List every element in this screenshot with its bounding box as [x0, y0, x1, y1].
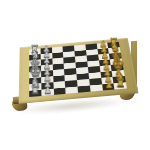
- chess-board-grid: ♜♟♟♜♞♟♟♞♝♟♟♝♛♟♟♛♚♟♟♚♝♟♟♝♞♟♟♞♜♟♟♜: [29, 42, 127, 97]
- chess-board-frame: ♜♟♟♜♞♟♟♞♝♟♟♝♛♟♟♛♚♟♟♚♝♟♟♝♞♟♟♞♜♟♟♜: [19, 38, 139, 104]
- piece-silver-p[interactable]: ♟: [41, 86, 53, 95]
- square-r3c4[interactable]: [75, 61, 87, 68]
- square-r4c5[interactable]: [88, 66, 100, 73]
- piece-silver-r[interactable]: ♜: [29, 85, 41, 96]
- square-r7c1[interactable]: ♟: [41, 88, 53, 95]
- square-r7c4[interactable]: [78, 85, 91, 92]
- square-r7c5[interactable]: [90, 84, 103, 91]
- square-r7c7[interactable]: ♜: [114, 82, 127, 89]
- piece-gold-p[interactable]: ♟: [103, 81, 115, 90]
- piece-gold-r[interactable]: ♜: [115, 77, 127, 88]
- square-r7c0[interactable]: ♜: [29, 90, 41, 97]
- chess-set-product-photo[interactable]: ♜♟♟♜♞♟♟♞♝♟♟♝♛♟♟♛♚♟♟♚♝♟♟♝♞♟♟♞♜♟♟♜: [0, 0, 150, 150]
- square-r7c3[interactable]: [65, 86, 78, 93]
- square-r7c6[interactable]: ♟: [102, 83, 115, 90]
- square-r7c2[interactable]: [53, 87, 66, 94]
